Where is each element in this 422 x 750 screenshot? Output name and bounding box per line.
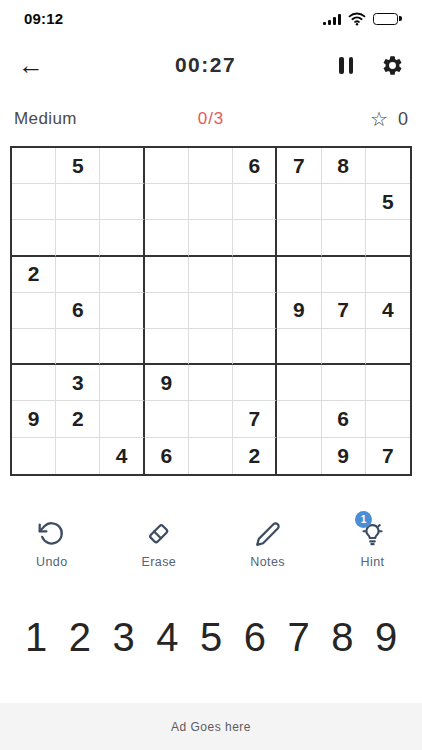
given-digit: 2 [248, 444, 260, 468]
cell-r3c5[interactable] [189, 220, 233, 256]
pencil-icon [255, 520, 281, 548]
cell-r4c4[interactable] [145, 257, 189, 293]
numpad-9[interactable]: 9 [368, 617, 404, 657]
star-score: 0 [398, 109, 408, 130]
erase-label: Erase [142, 555, 177, 569]
cell-r9c1[interactable] [12, 438, 56, 474]
cell-r1c1[interactable] [12, 148, 56, 184]
cell-r9c5[interactable] [189, 438, 233, 474]
cell-r5c6[interactable] [233, 293, 277, 329]
cell-r1c8[interactable]: 8 [322, 148, 366, 184]
undo-button[interactable]: Undo [36, 520, 67, 569]
cell-r5c3[interactable] [100, 293, 144, 329]
status-icons [323, 12, 398, 26]
star-icon: ☆ [370, 109, 388, 129]
clock-time: 09:12 [24, 10, 63, 27]
cell-r4c3[interactable] [100, 257, 144, 293]
cell-r9c6[interactable]: 2 [233, 438, 277, 474]
cell-r6c9[interactable] [366, 329, 410, 365]
cell-r1c7[interactable]: 7 [277, 148, 321, 184]
numpad-2[interactable]: 2 [62, 617, 98, 657]
cell-r3c4[interactable] [145, 220, 189, 256]
notes-button[interactable]: Notes [250, 520, 285, 569]
cell-r5c8[interactable]: 7 [322, 293, 366, 329]
given-digit: 2 [28, 262, 40, 286]
numpad-8[interactable]: 8 [324, 617, 360, 657]
cell-r3c1[interactable] [12, 220, 56, 256]
cell-r8c8[interactable]: 6 [322, 401, 366, 437]
undo-label: Undo [36, 555, 67, 569]
cell-r8c5[interactable] [189, 401, 233, 437]
number-pad: 123456789 [0, 617, 422, 657]
difficulty-label: Medium [14, 109, 134, 129]
cellular-signal-icon [323, 13, 341, 25]
cell-r2c6[interactable] [233, 184, 277, 220]
wifi-icon [348, 12, 366, 26]
cell-r2c8[interactable] [322, 184, 366, 220]
cell-r1c3[interactable] [100, 148, 144, 184]
numpad-7[interactable]: 7 [281, 617, 317, 657]
given-digit: 6 [337, 407, 349, 431]
cell-r7c7[interactable] [277, 365, 321, 401]
sudoku-grid: 567852697439927646297 [10, 146, 412, 476]
given-digit: 7 [382, 444, 394, 468]
cell-r8c7[interactable] [277, 401, 321, 437]
cell-r5c4[interactable] [145, 293, 189, 329]
cell-r2c3[interactable] [100, 184, 144, 220]
mistakes-counter: 0/3 [134, 109, 288, 129]
cell-r1c5[interactable] [189, 148, 233, 184]
given-digit: 5 [382, 190, 394, 214]
cell-r8c2[interactable]: 2 [56, 401, 100, 437]
pause-button[interactable] [337, 55, 355, 76]
cell-r5c1[interactable] [12, 293, 56, 329]
battery-icon [373, 13, 398, 25]
cell-r6c1[interactable] [12, 329, 56, 365]
cell-r6c8[interactable] [322, 329, 366, 365]
status-bar: 09:12 [0, 0, 422, 28]
cell-r6c3[interactable] [100, 329, 144, 365]
given-digit: 9 [28, 407, 40, 431]
erase-button[interactable]: Erase [142, 520, 177, 569]
cell-r5c9[interactable]: 4 [366, 293, 410, 329]
cell-r4c6[interactable] [233, 257, 277, 293]
cell-r6c2[interactable] [56, 329, 100, 365]
numpad-1[interactable]: 1 [18, 617, 54, 657]
back-button[interactable]: ← [18, 52, 54, 78]
cell-r5c7[interactable]: 9 [277, 293, 321, 329]
given-digit: 4 [382, 298, 394, 322]
notes-label: Notes [250, 555, 285, 569]
given-digit: 7 [337, 298, 349, 322]
numpad-4[interactable]: 4 [149, 617, 185, 657]
cell-r3c6[interactable] [233, 220, 277, 256]
cell-r2c7[interactable] [277, 184, 321, 220]
cell-r2c4[interactable] [145, 184, 189, 220]
given-digit: 7 [248, 407, 260, 431]
game-timer: 00:27 [74, 53, 337, 77]
cell-r4c2[interactable] [56, 257, 100, 293]
cell-r4c8[interactable] [322, 257, 366, 293]
cell-r7c2[interactable]: 3 [56, 365, 100, 401]
cell-r9c7[interactable] [277, 438, 321, 474]
hint-label: Hint [361, 555, 385, 569]
cell-r7c6[interactable] [233, 365, 277, 401]
ad-text: Ad Goes here [171, 720, 251, 734]
cell-r5c5[interactable] [189, 293, 233, 329]
cell-r5c2[interactable]: 6 [56, 293, 100, 329]
numpad-6[interactable]: 6 [237, 617, 273, 657]
cell-r9c4[interactable]: 6 [145, 438, 189, 474]
cell-r3c2[interactable] [56, 220, 100, 256]
given-digit: 9 [293, 298, 305, 322]
cell-r6c7[interactable] [277, 329, 321, 365]
eraser-icon [145, 520, 172, 548]
numpad-5[interactable]: 5 [193, 617, 229, 657]
numpad-3[interactable]: 3 [106, 617, 142, 657]
cell-r2c5[interactable] [189, 184, 233, 220]
cell-r1c6[interactable]: 6 [233, 148, 277, 184]
given-digit: 7 [293, 154, 305, 178]
given-digit: 3 [72, 371, 84, 395]
cell-r2c2[interactable] [56, 184, 100, 220]
cell-r9c3[interactable]: 4 [100, 438, 144, 474]
cell-r8c6[interactable]: 7 [233, 401, 277, 437]
cell-r7c1[interactable] [12, 365, 56, 401]
given-digit: 8 [337, 154, 349, 178]
cell-r6c4[interactable] [145, 329, 189, 365]
cell-r1c2[interactable]: 5 [56, 148, 100, 184]
cell-r3c7[interactable] [277, 220, 321, 256]
cell-r7c8[interactable] [322, 365, 366, 401]
cell-r4c7[interactable] [277, 257, 321, 293]
cell-r1c4[interactable] [145, 148, 189, 184]
cell-r3c3[interactable] [100, 220, 144, 256]
cell-r7c3[interactable] [100, 365, 144, 401]
cell-r6c6[interactable] [233, 329, 277, 365]
cell-r9c9[interactable]: 7 [366, 438, 410, 474]
given-digit: 4 [116, 444, 128, 468]
given-digit: 6 [160, 444, 172, 468]
given-digit: 9 [160, 371, 172, 395]
cell-r4c1[interactable]: 2 [12, 257, 56, 293]
cell-r4c9[interactable] [366, 257, 410, 293]
cell-r7c4[interactable]: 9 [145, 365, 189, 401]
given-digit: 9 [337, 444, 349, 468]
ad-banner[interactable]: Ad Goes here [0, 703, 422, 750]
cell-r3c9[interactable] [366, 220, 410, 256]
cell-r8c1[interactable]: 9 [12, 401, 56, 437]
given-digit: 6 [248, 154, 260, 178]
given-digit: 6 [72, 298, 84, 322]
cell-r2c1[interactable] [12, 184, 56, 220]
cell-r7c5[interactable] [189, 365, 233, 401]
cell-r9c8[interactable]: 9 [322, 438, 366, 474]
hint-badge: 1 [355, 511, 372, 528]
hint-button[interactable]: 1 Hint [359, 520, 386, 569]
cell-r8c3[interactable] [100, 401, 144, 437]
cell-r6c5[interactable] [189, 329, 233, 365]
given-digit: 5 [72, 154, 84, 178]
cell-r2c9[interactable]: 5 [366, 184, 410, 220]
given-digit: 2 [72, 407, 84, 431]
cell-r7c9[interactable] [366, 365, 410, 401]
top-bar: ← 00:27 [0, 42, 422, 88]
cell-r1c9[interactable] [366, 148, 410, 184]
cell-r9c2[interactable] [56, 438, 100, 474]
cell-r8c4[interactable] [145, 401, 189, 437]
cell-r4c5[interactable] [189, 257, 233, 293]
settings-gear-icon[interactable] [381, 54, 404, 77]
info-row: Medium 0/3 ☆ 0 [0, 106, 422, 132]
cell-r8c9[interactable] [366, 401, 410, 437]
cell-r3c8[interactable] [322, 220, 366, 256]
toolbar: Undo Erase Notes 1 [0, 520, 422, 569]
undo-icon [38, 520, 65, 548]
